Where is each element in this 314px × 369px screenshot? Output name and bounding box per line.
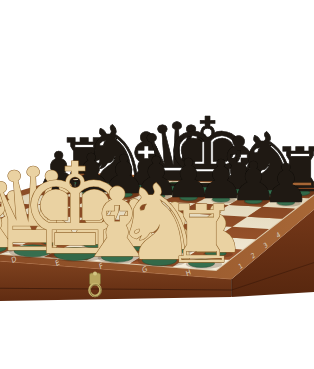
- piece-glyph: ♜: [166, 188, 237, 281]
- chess-board: DEFGH1234♜♞♝♛♚♝♞♜♟♟♟♟♟♟♟♟♟♟♟♟♟♟♟♟♜♞♝♛♚♝♞…: [0, 0, 314, 369]
- piece-white-rook: ♜: [166, 188, 237, 281]
- piece-glyph: ♟: [262, 152, 310, 215]
- piece-black-pawn: ♟: [262, 152, 310, 215]
- chess-set-photo: DEFGH1234♜♞♝♛♚♝♞♜♟♟♟♟♟♟♟♟♟♟♟♟♟♟♟♟♜♞♝♛♚♝♞…: [0, 0, 314, 369]
